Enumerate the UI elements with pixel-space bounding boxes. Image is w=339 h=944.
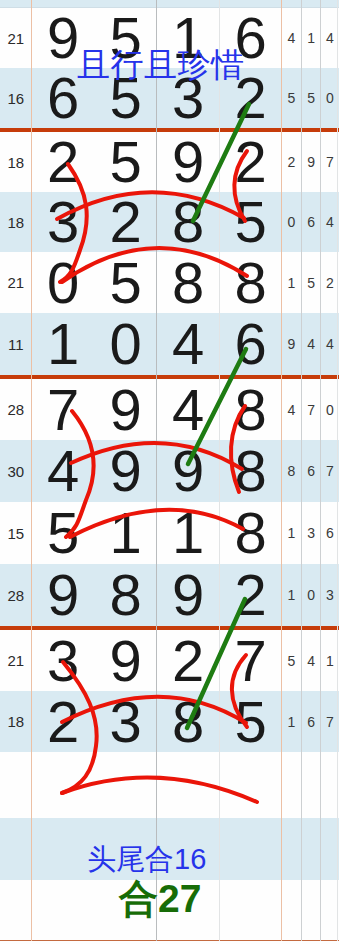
extra-cell: 0	[302, 588, 322, 602]
digit-cell: 4	[157, 381, 220, 439]
extra-cell: 1	[282, 715, 302, 729]
digit-cell: 9	[94, 381, 157, 439]
digit-cell: 5	[219, 693, 282, 751]
draw-row-7: 28 7 9 4 8 4 7 0	[0, 379, 339, 440]
extra-cell: 1	[302, 31, 322, 45]
digit-cell: 2	[219, 566, 282, 624]
extra-cell: 6	[302, 215, 322, 229]
digit-cell: 8	[219, 381, 282, 439]
extra-cell: 1	[282, 276, 302, 290]
extra-cell: 4	[282, 31, 302, 45]
sum-cell: 16	[0, 91, 32, 106]
draw-row-10: 28 9 8 9 2 1 0 3	[0, 564, 339, 626]
digit-cell: 8	[219, 254, 282, 312]
sum-cell: 18	[0, 215, 32, 230]
digit-cell: 3	[94, 693, 157, 751]
digit-cell: 5	[94, 133, 157, 191]
draw-row-5: 21 0 5 8 8 1 5 2	[0, 252, 339, 313]
digit-cell: 1	[32, 315, 95, 373]
digit-cell: 6	[219, 315, 282, 373]
digit-cell: 8	[157, 693, 220, 751]
total-text: 合27	[119, 879, 201, 918]
head-tail-text: 头尾合16	[87, 845, 206, 874]
extra-cell: 9	[302, 155, 322, 169]
extra-cell: 5	[302, 276, 322, 290]
sum-cell: 11	[0, 337, 32, 352]
digit-cell: 9	[157, 442, 220, 500]
sum-cell: 15	[0, 526, 32, 541]
digit-cell: 3	[32, 193, 95, 251]
digit-cell: 9	[32, 566, 95, 624]
banner-text: 且行且珍惜	[77, 48, 245, 81]
digit-cell: 7	[219, 632, 282, 690]
sum-cell: 21	[0, 653, 32, 668]
digit-cell: 8	[219, 504, 282, 562]
grid-vline-extra2	[320, 0, 321, 941]
rows-container: 21 9 5 1 6 4 1 4 16 6 5 3 2 5 5 0 18 2 5…	[0, 0, 339, 944]
digit-cell: 5	[32, 504, 95, 562]
digit-cell: 2	[219, 133, 282, 191]
digit-cell: 9	[94, 442, 157, 500]
digit-cell: 0	[94, 315, 157, 373]
draw-row-12: 18 2 3 8 5 1 6 7	[0, 691, 339, 752]
digit-cell: 4	[32, 442, 95, 500]
extra-cell: 5	[282, 91, 302, 105]
digit-cell: 5	[219, 193, 282, 251]
lottery-trend-sheet: 21 9 5 1 6 4 1 4 16 6 5 3 2 5 5 0 18 2 5…	[0, 0, 339, 944]
grid-vline-right	[281, 0, 282, 941]
draw-row-9: 15 5 1 1 8 1 3 6	[0, 502, 339, 564]
digit-cell: 2	[32, 693, 95, 751]
draw-row-11: 21 3 9 2 7 5 4 1	[0, 630, 339, 691]
digit-cell: 4	[157, 315, 220, 373]
sum-cell: 30	[0, 464, 32, 479]
extra-cell: 4	[302, 337, 322, 351]
sum-cell: 28	[0, 588, 32, 603]
digit-cell: 0	[32, 254, 95, 312]
grid-vline-mid	[156, 0, 157, 941]
extra-cell: 4	[282, 403, 302, 417]
grid-vline-left	[31, 0, 32, 941]
grid-vline-extra1	[301, 0, 302, 941]
draw-row-4: 18 3 2 8 5 0 6 4	[0, 192, 339, 252]
draw-row-6: 11 1 0 4 6 9 4 4	[0, 313, 339, 375]
grid-vline-edge	[337, 0, 338, 941]
extra-cell: 1	[282, 526, 302, 540]
digit-cell: 8	[94, 566, 157, 624]
extra-cell: 5	[282, 654, 302, 668]
sum-cell: 21	[0, 31, 32, 46]
digit-cell: 8	[219, 442, 282, 500]
digit-cell: 9	[157, 133, 220, 191]
digit-cell: 2	[94, 193, 157, 251]
extra-cell: 6	[302, 715, 322, 729]
empty-row-1	[0, 752, 339, 818]
sum-cell: 21	[0, 275, 32, 290]
sum-cell: 18	[0, 155, 32, 170]
extra-cell: 8	[282, 464, 302, 478]
digit-cell: 1	[157, 504, 220, 562]
digit-cell: 5	[94, 254, 157, 312]
extra-cell: 6	[302, 464, 322, 478]
digit-cell: 2	[32, 133, 95, 191]
digit-cell: 9	[94, 632, 157, 690]
digit-cell: 8	[157, 254, 220, 312]
digit-cell: 8	[157, 193, 220, 251]
sum-cell: 18	[0, 714, 32, 729]
digit-cell: 3	[32, 632, 95, 690]
sum-cell: 28	[0, 402, 32, 417]
extra-cell: 4	[302, 654, 322, 668]
digit-cell: 1	[94, 504, 157, 562]
digit-cell: 7	[32, 381, 95, 439]
extra-cell: 5	[302, 91, 322, 105]
extra-cell: 0	[282, 215, 302, 229]
grid-vline-faint	[219, 0, 220, 941]
extra-cell: 9	[282, 337, 302, 351]
draw-row-3: 18 2 5 9 2 2 9 7	[0, 132, 339, 192]
extra-cell: 7	[302, 403, 322, 417]
extra-cell: 2	[282, 155, 302, 169]
draw-row-8: 30 4 9 9 8 8 6 7	[0, 440, 339, 502]
extra-cell: 1	[282, 588, 302, 602]
digit-cell: 2	[157, 632, 220, 690]
digit-cell: 9	[157, 566, 220, 624]
extra-cell: 3	[302, 526, 322, 540]
